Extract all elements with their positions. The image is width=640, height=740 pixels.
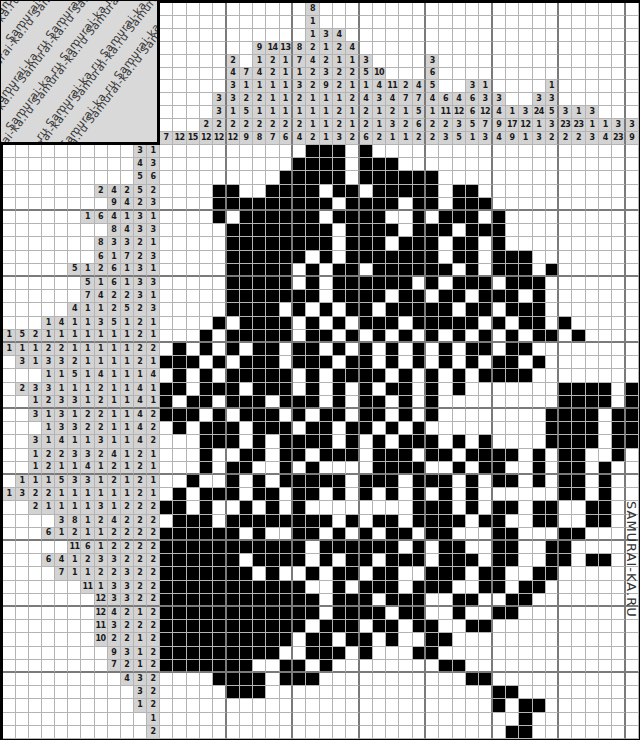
grid-cell[interactable] [599, 462, 612, 475]
grid-cell[interactable] [160, 303, 173, 316]
grid-cell[interactable] [612, 290, 625, 303]
grid-cell[interactable] [173, 699, 186, 712]
grid-cell[interactable] [266, 290, 279, 303]
grid-cell[interactable] [439, 462, 452, 475]
grid-cell[interactable] [200, 237, 213, 250]
grid-cell[interactable] [506, 475, 519, 488]
grid-cell[interactable] [320, 198, 333, 211]
grid-cell[interactable] [200, 581, 213, 594]
grid-cell[interactable] [466, 317, 479, 330]
grid-cell[interactable] [586, 541, 599, 554]
grid-cell[interactable] [493, 462, 506, 475]
grid-cell[interactable] [227, 475, 240, 488]
grid-cell[interactable] [599, 501, 612, 514]
grid-cell[interactable] [519, 488, 532, 501]
grid-cell[interactable] [320, 462, 333, 475]
grid-cell[interactable] [346, 224, 359, 237]
grid-cell[interactable] [306, 422, 319, 435]
grid-cell[interactable] [386, 607, 399, 620]
grid-cell[interactable] [346, 541, 359, 554]
grid-cell[interactable] [599, 607, 612, 620]
grid-cell[interactable] [227, 488, 240, 501]
grid-cell[interactable] [333, 488, 346, 501]
grid-cell[interactable] [533, 303, 546, 316]
grid-cell[interactable] [586, 515, 599, 528]
grid-cell[interactable] [227, 422, 240, 435]
grid-cell[interactable] [519, 343, 532, 356]
grid-cell[interactable] [306, 198, 319, 211]
grid-cell[interactable] [213, 541, 226, 554]
grid-cell[interactable] [253, 726, 266, 739]
grid-cell[interactable] [546, 528, 559, 541]
grid-cell[interactable] [453, 409, 466, 422]
grid-cell[interactable] [200, 462, 213, 475]
grid-cell[interactable] [386, 633, 399, 646]
grid-cell[interactable] [306, 660, 319, 673]
grid-cell[interactable] [346, 383, 359, 396]
grid-cell[interactable] [320, 515, 333, 528]
grid-cell[interactable] [360, 607, 373, 620]
grid-cell[interactable] [346, 673, 359, 686]
grid-cell[interactable] [293, 422, 306, 435]
grid-cell[interactable] [306, 251, 319, 264]
grid-cell[interactable] [373, 145, 386, 158]
grid-cell[interactable] [586, 303, 599, 316]
grid-cell[interactable] [253, 660, 266, 673]
grid-cell[interactable] [240, 607, 253, 620]
grid-cell[interactable] [533, 594, 546, 607]
grid-cell[interactable] [506, 660, 519, 673]
grid-cell[interactable] [466, 343, 479, 356]
grid-cell[interactable] [439, 171, 452, 184]
grid-cell[interactable] [572, 145, 585, 158]
grid-cell[interactable] [253, 699, 266, 712]
grid-cell[interactable] [320, 158, 333, 171]
grid-cell[interactable] [227, 462, 240, 475]
grid-cell[interactable] [453, 303, 466, 316]
grid-cell[interactable] [200, 699, 213, 712]
grid-cell[interactable] [386, 726, 399, 739]
grid-cell[interactable] [586, 567, 599, 580]
grid-cell[interactable] [253, 581, 266, 594]
grid-cell[interactable] [213, 224, 226, 237]
grid-cell[interactable] [466, 264, 479, 277]
grid-cell[interactable] [413, 726, 426, 739]
grid-cell[interactable] [160, 251, 173, 264]
grid-cell[interactable] [612, 409, 625, 422]
grid-cell[interactable] [160, 185, 173, 198]
grid-cell[interactable] [506, 488, 519, 501]
grid-cell[interactable] [466, 330, 479, 343]
grid-cell[interactable] [373, 567, 386, 580]
grid-cell[interactable] [240, 369, 253, 382]
grid-cell[interactable] [466, 224, 479, 237]
grid-cell[interactable] [626, 409, 639, 422]
grid-cell[interactable] [439, 699, 452, 712]
grid-cell[interactable] [360, 158, 373, 171]
grid-cell[interactable] [493, 383, 506, 396]
grid-cell[interactable] [599, 185, 612, 198]
grid-cell[interactable] [426, 660, 439, 673]
grid-cell[interactable] [453, 435, 466, 448]
grid-cell[interactable] [586, 356, 599, 369]
grid-cell[interactable] [399, 673, 412, 686]
grid-cell[interactable] [253, 303, 266, 316]
grid-cell[interactable] [572, 422, 585, 435]
grid-cell[interactable] [280, 158, 293, 171]
grid-cell[interactable] [493, 633, 506, 646]
grid-cell[interactable] [280, 251, 293, 264]
grid-cell[interactable] [466, 594, 479, 607]
grid-cell[interactable] [493, 607, 506, 620]
grid-cell[interactable] [612, 158, 625, 171]
grid-cell[interactable] [213, 264, 226, 277]
grid-cell[interactable] [519, 198, 532, 211]
grid-cell[interactable] [626, 171, 639, 184]
grid-cell[interactable] [187, 383, 200, 396]
grid-cell[interactable] [466, 409, 479, 422]
grid-cell[interactable] [493, 686, 506, 699]
grid-cell[interactable] [346, 158, 359, 171]
grid-cell[interactable] [599, 396, 612, 409]
grid-cell[interactable] [293, 567, 306, 580]
grid-cell[interactable] [280, 607, 293, 620]
grid-cell[interactable] [493, 317, 506, 330]
grid-cell[interactable] [240, 317, 253, 330]
grid-cell[interactable] [493, 185, 506, 198]
grid-cell[interactable] [586, 369, 599, 382]
grid-cell[interactable] [227, 647, 240, 660]
grid-cell[interactable] [360, 699, 373, 712]
grid-cell[interactable] [346, 488, 359, 501]
grid-cell[interactable] [293, 515, 306, 528]
grid-cell[interactable] [320, 369, 333, 382]
grid-cell[interactable] [626, 475, 639, 488]
grid-cell[interactable] [373, 528, 386, 541]
grid-cell[interactable] [466, 290, 479, 303]
grid-cell[interactable] [453, 660, 466, 673]
grid-cell[interactable] [306, 515, 319, 528]
grid-cell[interactable] [240, 594, 253, 607]
grid-cell[interactable] [413, 303, 426, 316]
grid-cell[interactable] [559, 224, 572, 237]
grid-cell[interactable] [333, 290, 346, 303]
grid-cell[interactable] [173, 581, 186, 594]
grid-cell[interactable] [479, 264, 492, 277]
grid-cell[interactable] [306, 581, 319, 594]
grid-cell[interactable] [506, 145, 519, 158]
grid-cell[interactable] [213, 620, 226, 633]
grid-cell[interactable] [533, 237, 546, 250]
grid-cell[interactable] [333, 435, 346, 448]
grid-cell[interactable] [173, 317, 186, 330]
grid-cell[interactable] [253, 515, 266, 528]
grid-cell[interactable] [533, 158, 546, 171]
grid-cell[interactable] [320, 264, 333, 277]
grid-cell[interactable] [227, 171, 240, 184]
grid-cell[interactable] [426, 158, 439, 171]
grid-cell[interactable] [320, 435, 333, 448]
grid-cell[interactable] [413, 462, 426, 475]
grid-cell[interactable] [493, 726, 506, 739]
grid-cell[interactable] [213, 396, 226, 409]
grid-cell[interactable] [333, 607, 346, 620]
grid-cell[interactable] [399, 620, 412, 633]
grid-cell[interactable] [493, 277, 506, 290]
grid-cell[interactable] [559, 409, 572, 422]
grid-cell[interactable] [426, 462, 439, 475]
grid-cell[interactable] [559, 673, 572, 686]
grid-cell[interactable] [426, 713, 439, 726]
grid-cell[interactable] [373, 515, 386, 528]
grid-cell[interactable] [320, 660, 333, 673]
grid-cell[interactable] [453, 713, 466, 726]
grid-cell[interactable] [533, 567, 546, 580]
grid-cell[interactable] [386, 528, 399, 541]
grid-cell[interactable] [493, 699, 506, 712]
grid-cell[interactable] [187, 686, 200, 699]
grid-cell[interactable] [266, 277, 279, 290]
grid-cell[interactable] [586, 647, 599, 660]
grid-cell[interactable] [493, 290, 506, 303]
grid-cell[interactable] [572, 224, 585, 237]
grid-cell[interactable] [293, 607, 306, 620]
grid-cell[interactable] [187, 396, 200, 409]
grid-cell[interactable] [280, 726, 293, 739]
grid-cell[interactable] [413, 356, 426, 369]
grid-cell[interactable] [546, 237, 559, 250]
grid-cell[interactable] [213, 488, 226, 501]
grid-cell[interactable] [533, 290, 546, 303]
grid-cell[interactable] [240, 488, 253, 501]
grid-cell[interactable] [626, 145, 639, 158]
grid-cell[interactable] [413, 185, 426, 198]
grid-cell[interactable] [413, 607, 426, 620]
grid-cell[interactable] [519, 251, 532, 264]
grid-cell[interactable] [559, 488, 572, 501]
grid-cell[interactable] [559, 462, 572, 475]
grid-cell[interactable] [386, 251, 399, 264]
grid-cell[interactable] [227, 198, 240, 211]
grid-cell[interactable] [173, 396, 186, 409]
grid-cell[interactable] [160, 290, 173, 303]
grid-cell[interactable] [280, 171, 293, 184]
grid-cell[interactable] [426, 673, 439, 686]
grid-cell[interactable] [413, 594, 426, 607]
grid-cell[interactable] [599, 594, 612, 607]
grid-cell[interactable] [160, 277, 173, 290]
grid-cell[interactable] [413, 251, 426, 264]
grid-cell[interactable] [386, 277, 399, 290]
grid-cell[interactable] [373, 699, 386, 712]
grid-cell[interactable] [586, 409, 599, 422]
grid-cell[interactable] [546, 462, 559, 475]
grid-cell[interactable] [200, 620, 213, 633]
grid-cell[interactable] [266, 673, 279, 686]
grid-cell[interactable] [479, 303, 492, 316]
grid-cell[interactable] [227, 435, 240, 448]
grid-cell[interactable] [266, 409, 279, 422]
grid-cell[interactable] [546, 158, 559, 171]
grid-cell[interactable] [360, 237, 373, 250]
grid-cell[interactable] [399, 422, 412, 435]
grid-cell[interactable] [399, 369, 412, 382]
grid-cell[interactable] [227, 660, 240, 673]
grid-cell[interactable] [559, 330, 572, 343]
grid-cell[interactable] [399, 633, 412, 646]
grid-cell[interactable] [173, 290, 186, 303]
grid-cell[interactable] [572, 330, 585, 343]
grid-cell[interactable] [373, 251, 386, 264]
grid-cell[interactable] [426, 356, 439, 369]
grid-cell[interactable] [306, 435, 319, 448]
grid-cell[interactable] [399, 277, 412, 290]
grid-cell[interactable] [187, 158, 200, 171]
grid-cell[interactable] [546, 488, 559, 501]
grid-cell[interactable] [466, 554, 479, 567]
grid-cell[interactable] [586, 158, 599, 171]
grid-cell[interactable] [506, 251, 519, 264]
grid-cell[interactable] [466, 699, 479, 712]
grid-cell[interactable] [493, 145, 506, 158]
grid-cell[interactable] [533, 409, 546, 422]
grid-cell[interactable] [626, 303, 639, 316]
grid-cell[interactable] [240, 237, 253, 250]
grid-cell[interactable] [360, 647, 373, 660]
grid-cell[interactable] [493, 647, 506, 660]
grid-cell[interactable] [546, 303, 559, 316]
grid-cell[interactable] [439, 277, 452, 290]
grid-cell[interactable] [519, 726, 532, 739]
grid-cell[interactable] [626, 290, 639, 303]
grid-cell[interactable] [386, 449, 399, 462]
grid-cell[interactable] [306, 171, 319, 184]
grid-cell[interactable] [466, 620, 479, 633]
grid-cell[interactable] [586, 594, 599, 607]
grid-cell[interactable] [266, 317, 279, 330]
grid-cell[interactable] [320, 224, 333, 237]
grid-cell[interactable] [599, 211, 612, 224]
grid-cell[interactable] [266, 528, 279, 541]
grid-cell[interactable] [187, 633, 200, 646]
grid-cell[interactable] [386, 686, 399, 699]
grid-cell[interactable] [240, 383, 253, 396]
grid-cell[interactable] [306, 594, 319, 607]
grid-cell[interactable] [266, 422, 279, 435]
grid-cell[interactable] [493, 264, 506, 277]
grid-cell[interactable] [612, 422, 625, 435]
grid-cell[interactable] [346, 409, 359, 422]
grid-cell[interactable] [373, 633, 386, 646]
grid-cell[interactable] [506, 237, 519, 250]
grid-cell[interactable] [266, 185, 279, 198]
grid-cell[interactable] [160, 211, 173, 224]
grid-cell[interactable] [493, 594, 506, 607]
grid-cell[interactable] [293, 330, 306, 343]
grid-cell[interactable] [280, 594, 293, 607]
grid-cell[interactable] [173, 660, 186, 673]
grid-cell[interactable] [413, 383, 426, 396]
grid-cell[interactable] [200, 501, 213, 514]
grid-cell[interactable] [413, 686, 426, 699]
grid-cell[interactable] [626, 158, 639, 171]
grid-cell[interactable] [506, 554, 519, 567]
grid-cell[interactable] [227, 528, 240, 541]
grid-cell[interactable] [426, 330, 439, 343]
grid-cell[interactable] [173, 462, 186, 475]
grid-cell[interactable] [586, 251, 599, 264]
grid-cell[interactable] [493, 198, 506, 211]
grid-cell[interactable] [200, 158, 213, 171]
grid-cell[interactable] [360, 277, 373, 290]
grid-cell[interactable] [572, 647, 585, 660]
grid-cell[interactable] [293, 541, 306, 554]
grid-cell[interactable] [466, 198, 479, 211]
grid-cell[interactable] [253, 171, 266, 184]
grid-cell[interactable] [399, 607, 412, 620]
grid-cell[interactable] [479, 647, 492, 660]
grid-cell[interactable] [453, 211, 466, 224]
grid-cell[interactable] [200, 369, 213, 382]
grid-cell[interactable] [479, 607, 492, 620]
grid-cell[interactable] [306, 488, 319, 501]
grid-cell[interactable] [386, 647, 399, 660]
grid-cell[interactable] [559, 567, 572, 580]
grid-cell[interactable] [227, 369, 240, 382]
grid-cell[interactable] [426, 383, 439, 396]
grid-cell[interactable] [160, 501, 173, 514]
grid-cell[interactable] [599, 237, 612, 250]
grid-cell[interactable] [439, 317, 452, 330]
grid-cell[interactable] [173, 237, 186, 250]
grid-cell[interactable] [346, 620, 359, 633]
grid-cell[interactable] [320, 699, 333, 712]
grid-cell[interactable] [213, 303, 226, 316]
grid-cell[interactable] [599, 554, 612, 567]
grid-cell[interactable] [200, 145, 213, 158]
grid-cell[interactable] [439, 488, 452, 501]
grid-cell[interactable] [266, 330, 279, 343]
grid-cell[interactable] [426, 145, 439, 158]
grid-cell[interactable] [546, 290, 559, 303]
grid-cell[interactable] [506, 515, 519, 528]
grid-cell[interactable] [493, 713, 506, 726]
grid-cell[interactable] [333, 171, 346, 184]
grid-cell[interactable] [519, 620, 532, 633]
grid-cell[interactable] [626, 449, 639, 462]
grid-cell[interactable] [506, 396, 519, 409]
grid-cell[interactable] [533, 145, 546, 158]
grid-cell[interactable] [240, 356, 253, 369]
grid-cell[interactable] [519, 185, 532, 198]
grid-cell[interactable] [559, 185, 572, 198]
grid-cell[interactable] [333, 343, 346, 356]
grid-cell[interactable] [360, 541, 373, 554]
grid-cell[interactable] [227, 158, 240, 171]
grid-cell[interactable] [240, 462, 253, 475]
grid-cell[interactable] [466, 251, 479, 264]
grid-cell[interactable] [572, 356, 585, 369]
grid-cell[interactable] [533, 369, 546, 382]
grid-cell[interactable] [493, 251, 506, 264]
grid-cell[interactable] [173, 607, 186, 620]
grid-cell[interactable] [213, 633, 226, 646]
grid-cell[interactable] [612, 224, 625, 237]
grid-cell[interactable] [599, 277, 612, 290]
grid-cell[interactable] [546, 607, 559, 620]
grid-cell[interactable] [373, 317, 386, 330]
grid-cell[interactable] [386, 237, 399, 250]
